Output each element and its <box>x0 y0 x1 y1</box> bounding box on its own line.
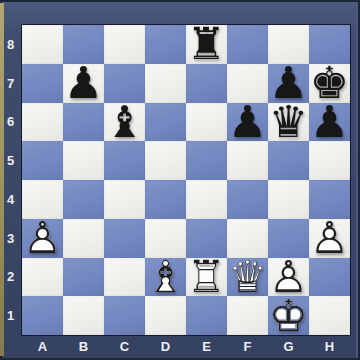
square-h3[interactable]: ♟♙ <box>309 219 350 258</box>
square-e7[interactable] <box>186 64 227 103</box>
white-king-outline: ♔ <box>268 296 309 335</box>
square-g1[interactable]: ♚♔ <box>268 296 309 335</box>
rank-label-6: 6 <box>0 103 21 142</box>
rank-label-8: 8 <box>0 25 21 64</box>
square-d6[interactable] <box>145 103 186 142</box>
square-d1[interactable] <box>145 296 186 335</box>
white-pawn-outline: ♙ <box>22 219 63 258</box>
square-c8[interactable] <box>104 25 145 64</box>
square-d7[interactable] <box>145 64 186 103</box>
rank-label-1: 1 <box>0 296 21 335</box>
square-a2[interactable] <box>22 258 63 297</box>
square-b4[interactable] <box>63 180 104 219</box>
square-d2[interactable]: ♝♗ <box>145 258 186 297</box>
black-pawn-glyph: ♟ <box>227 103 268 142</box>
square-b2[interactable] <box>63 258 104 297</box>
black-bishop-glyph: ♝ <box>104 103 145 142</box>
file-label-d: D <box>145 336 186 358</box>
board-grid: ♜♟♟♚♝♟♛♟♟♙♟♙♝♗♜♖♛♕♟♙♚♔ <box>22 25 350 335</box>
piece-white-king[interactable]: ♚♔ <box>268 296 309 335</box>
rank-label-2: 2 <box>0 258 21 297</box>
rank-label-4: 4 <box>0 180 21 219</box>
rank-labels: 87654321 <box>0 25 21 335</box>
square-e8[interactable]: ♜ <box>186 25 227 64</box>
square-h1[interactable] <box>309 296 350 335</box>
square-h5[interactable] <box>309 141 350 180</box>
white-bishop-outline: ♗ <box>145 258 186 297</box>
square-h6[interactable]: ♟ <box>309 103 350 142</box>
square-g5[interactable] <box>268 141 309 180</box>
square-e1[interactable] <box>186 296 227 335</box>
piece-white-pawn[interactable]: ♟♙ <box>309 219 350 258</box>
black-pawn-glyph: ♟ <box>309 103 350 142</box>
piece-white-bishop[interactable]: ♝♗ <box>145 258 186 297</box>
file-label-f: F <box>227 336 268 358</box>
piece-white-pawn[interactable]: ♟♙ <box>22 219 63 258</box>
square-a1[interactable] <box>22 296 63 335</box>
square-a6[interactable] <box>22 103 63 142</box>
square-c1[interactable] <box>104 296 145 335</box>
piece-black-pawn[interactable]: ♟ <box>309 103 350 142</box>
piece-white-queen[interactable]: ♛♕ <box>227 258 268 297</box>
board-frame: ♜♟♟♚♝♟♛♟♟♙♟♙♝♗♜♖♛♕♟♙♚♔ <box>21 24 351 336</box>
file-label-e: E <box>186 336 227 358</box>
square-e6[interactable] <box>186 103 227 142</box>
square-d4[interactable] <box>145 180 186 219</box>
square-c6[interactable]: ♝ <box>104 103 145 142</box>
black-queen-glyph: ♛ <box>268 103 309 142</box>
piece-white-rook[interactable]: ♜♖ <box>186 258 227 297</box>
square-g6[interactable]: ♛ <box>268 103 309 142</box>
square-h2[interactable] <box>309 258 350 297</box>
square-a8[interactable] <box>22 25 63 64</box>
piece-black-pawn[interactable]: ♟ <box>227 103 268 142</box>
piece-black-bishop[interactable]: ♝ <box>104 103 145 142</box>
piece-black-pawn[interactable]: ♟ <box>63 64 104 103</box>
square-c5[interactable] <box>104 141 145 180</box>
square-b5[interactable] <box>63 141 104 180</box>
square-e5[interactable] <box>186 141 227 180</box>
file-label-h: H <box>309 336 350 358</box>
rank-label-3: 3 <box>0 219 21 258</box>
square-b3[interactable] <box>63 219 104 258</box>
square-g4[interactable] <box>268 180 309 219</box>
square-b1[interactable] <box>63 296 104 335</box>
piece-black-rook[interactable]: ♜ <box>186 25 227 64</box>
square-b6[interactable] <box>63 103 104 142</box>
square-e4[interactable] <box>186 180 227 219</box>
piece-black-queen[interactable]: ♛ <box>268 103 309 142</box>
square-b7[interactable]: ♟ <box>63 64 104 103</box>
square-a5[interactable] <box>22 141 63 180</box>
square-e2[interactable]: ♜♖ <box>186 258 227 297</box>
rank-label-5: 5 <box>0 141 21 180</box>
black-pawn-glyph: ♟ <box>63 64 104 103</box>
square-f5[interactable] <box>227 141 268 180</box>
square-f2[interactable]: ♛♕ <box>227 258 268 297</box>
square-d5[interactable] <box>145 141 186 180</box>
square-c4[interactable] <box>104 180 145 219</box>
file-label-g: G <box>268 336 309 358</box>
square-d8[interactable] <box>145 25 186 64</box>
square-f4[interactable] <box>227 180 268 219</box>
square-f1[interactable] <box>227 296 268 335</box>
chess-diagram: ♜♟♟♚♝♟♛♟♟♙♟♙♝♗♜♖♛♕♟♙♚♔ 87654321 ABCDEFGH <box>0 0 360 360</box>
black-rook-glyph: ♜ <box>186 25 227 64</box>
square-f8[interactable] <box>227 25 268 64</box>
file-label-b: B <box>63 336 104 358</box>
square-c2[interactable] <box>104 258 145 297</box>
square-a7[interactable] <box>22 64 63 103</box>
white-queen-outline: ♕ <box>227 258 268 297</box>
file-label-a: A <box>22 336 63 358</box>
white-pawn-outline: ♙ <box>309 219 350 258</box>
square-f6[interactable]: ♟ <box>227 103 268 142</box>
square-a3[interactable]: ♟♙ <box>22 219 63 258</box>
file-label-c: C <box>104 336 145 358</box>
file-labels: ABCDEFGH <box>22 336 350 358</box>
rank-label-7: 7 <box>0 64 21 103</box>
square-c3[interactable] <box>104 219 145 258</box>
white-rook-outline: ♖ <box>186 258 227 297</box>
